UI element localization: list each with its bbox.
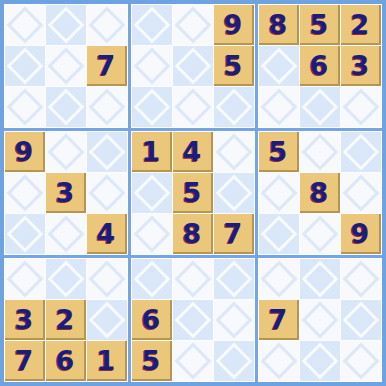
cell-r7c9[interactable] xyxy=(341,259,381,299)
cell-r8c5[interactable] xyxy=(173,300,213,340)
diamond-icon xyxy=(175,343,212,380)
cell-r2c6: 5 xyxy=(214,46,254,86)
cell-r2c4[interactable] xyxy=(132,46,172,86)
cell-r4c9[interactable] xyxy=(341,132,381,172)
cell-r6c4[interactable] xyxy=(132,214,172,254)
cell-r7c8[interactable] xyxy=(300,259,340,299)
cell-r5c3[interactable] xyxy=(87,173,127,213)
cell-r6c6: 7 xyxy=(214,214,254,254)
diamond-icon xyxy=(302,343,339,380)
cell-r1c1[interactable] xyxy=(5,5,45,45)
diamond-icon xyxy=(7,175,44,212)
diamond-icon xyxy=(48,48,85,85)
cell-r6c9: 9 xyxy=(341,214,381,254)
cell-r8c2: 2 xyxy=(46,300,86,340)
diamond-icon xyxy=(7,48,44,85)
cell-r1c3[interactable] xyxy=(87,5,127,45)
diamond-icon xyxy=(48,7,85,44)
cell-r3c6[interactable] xyxy=(214,87,254,127)
diamond-icon xyxy=(343,89,380,126)
cell-r4c7: 5 xyxy=(259,132,299,172)
cell-r7c6[interactable] xyxy=(214,259,254,299)
sudoku-board: 795852639341458758932761657 xyxy=(0,0,386,386)
diamond-icon xyxy=(302,89,339,126)
diamond-icon xyxy=(89,7,126,44)
cell-r2c8: 6 xyxy=(300,46,340,86)
sudoku-box-5: 14587 xyxy=(131,131,255,255)
cell-r8c7: 7 xyxy=(259,300,299,340)
sudoku-box-1: 7 xyxy=(4,4,128,128)
cell-r9c3: 1 xyxy=(87,341,127,381)
sudoku-box-9: 7 xyxy=(258,258,382,382)
diamond-icon xyxy=(134,7,171,44)
cell-r6c7[interactable] xyxy=(259,214,299,254)
diamond-icon xyxy=(343,134,380,171)
cell-r1c2[interactable] xyxy=(46,5,86,45)
cell-r9c1: 7 xyxy=(5,341,45,381)
cell-r5c9[interactable] xyxy=(341,173,381,213)
diamond-icon xyxy=(302,216,339,253)
diamond-icon xyxy=(302,302,339,339)
cell-r8c9[interactable] xyxy=(341,300,381,340)
diamond-icon xyxy=(7,261,44,298)
cell-r5c4[interactable] xyxy=(132,173,172,213)
diamond-icon xyxy=(89,89,126,126)
diamond-icon xyxy=(343,261,380,298)
cell-r6c5: 8 xyxy=(173,214,213,254)
diamond-icon xyxy=(89,175,126,212)
cell-r9c6[interactable] xyxy=(214,341,254,381)
diamond-icon xyxy=(216,175,253,212)
cell-r3c9[interactable] xyxy=(341,87,381,127)
diamond-icon xyxy=(343,175,380,212)
diamond-icon xyxy=(7,216,44,253)
diamond-icon xyxy=(261,261,298,298)
cell-r1c6: 9 xyxy=(214,5,254,45)
diamond-icon xyxy=(302,134,339,171)
cell-r7c4[interactable] xyxy=(132,259,172,299)
cell-r2c5[interactable] xyxy=(173,46,213,86)
diamond-icon xyxy=(216,261,253,298)
diamond-icon xyxy=(134,216,171,253)
cell-r7c1[interactable] xyxy=(5,259,45,299)
cell-r5c5: 5 xyxy=(173,173,213,213)
diamond-icon xyxy=(7,7,44,44)
cell-r7c7[interactable] xyxy=(259,259,299,299)
diamond-icon xyxy=(343,302,380,339)
diamond-icon xyxy=(48,261,85,298)
cell-r7c2[interactable] xyxy=(46,259,86,299)
cell-r2c2[interactable] xyxy=(46,46,86,86)
cell-r9c7[interactable] xyxy=(259,341,299,381)
cell-r2c7[interactable] xyxy=(259,46,299,86)
cell-r5c6[interactable] xyxy=(214,173,254,213)
diamond-icon xyxy=(302,261,339,298)
diamond-icon xyxy=(216,89,253,126)
diamond-icon xyxy=(134,175,171,212)
cell-r2c1[interactable] xyxy=(5,46,45,86)
cell-r7c3[interactable] xyxy=(87,259,127,299)
cell-r5c1[interactable] xyxy=(5,173,45,213)
cell-r1c9: 2 xyxy=(341,5,381,45)
cell-r4c6[interactable] xyxy=(214,132,254,172)
cell-r3c2[interactable] xyxy=(46,87,86,127)
diamond-icon xyxy=(261,48,298,85)
diamond-icon xyxy=(175,7,212,44)
cell-r6c1[interactable] xyxy=(5,214,45,254)
diamond-icon xyxy=(48,216,85,253)
cell-r7c5[interactable] xyxy=(173,259,213,299)
cell-r4c5: 4 xyxy=(173,132,213,172)
sudoku-box-3: 85263 xyxy=(258,4,382,128)
cell-r5c7[interactable] xyxy=(259,173,299,213)
cell-r9c8[interactable] xyxy=(300,341,340,381)
diamond-icon xyxy=(216,343,253,380)
diamond-icon xyxy=(216,134,253,171)
cell-r6c3: 4 xyxy=(87,214,127,254)
cell-r5c8: 8 xyxy=(300,173,340,213)
cell-r1c8: 5 xyxy=(300,5,340,45)
cell-r4c3[interactable] xyxy=(87,132,127,172)
diamond-icon xyxy=(48,89,85,126)
diamond-icon xyxy=(7,89,44,126)
diamond-icon xyxy=(261,89,298,126)
cell-r8c1: 3 xyxy=(5,300,45,340)
cell-r8c3[interactable] xyxy=(87,300,127,340)
diamond-icon xyxy=(343,343,380,380)
diamond-icon xyxy=(261,175,298,212)
diamond-icon xyxy=(134,89,171,126)
diamond-icon xyxy=(175,89,212,126)
diamond-icon xyxy=(134,261,171,298)
sudoku-box-8: 65 xyxy=(131,258,255,382)
cell-r1c4[interactable] xyxy=(132,5,172,45)
diamond-icon xyxy=(89,134,126,171)
cell-r4c1: 9 xyxy=(5,132,45,172)
cell-r4c8[interactable] xyxy=(300,132,340,172)
cell-r8c8[interactable] xyxy=(300,300,340,340)
cell-r9c5[interactable] xyxy=(173,341,213,381)
cell-r8c6[interactable] xyxy=(214,300,254,340)
cell-r6c8[interactable] xyxy=(300,214,340,254)
cell-r8c4: 6 xyxy=(132,300,172,340)
cell-r3c7[interactable] xyxy=(259,87,299,127)
cell-r1c5[interactable] xyxy=(173,5,213,45)
cell-r3c3[interactable] xyxy=(87,87,127,127)
cell-r9c9[interactable] xyxy=(341,341,381,381)
cell-r4c2[interactable] xyxy=(46,132,86,172)
diamond-icon xyxy=(261,216,298,253)
cell-r3c5[interactable] xyxy=(173,87,213,127)
diamond-icon xyxy=(175,302,212,339)
diamond-icon xyxy=(175,48,212,85)
diamond-icon xyxy=(216,302,253,339)
cell-r2c9: 3 xyxy=(341,46,381,86)
cell-r5c2: 3 xyxy=(46,173,86,213)
diamond-icon xyxy=(261,343,298,380)
sudoku-box-4: 934 xyxy=(4,131,128,255)
sudoku-box-7: 32761 xyxy=(4,258,128,382)
cell-r9c4: 5 xyxy=(132,341,172,381)
diamond-icon xyxy=(89,302,126,339)
cell-r3c1[interactable] xyxy=(5,87,45,127)
diamond-icon xyxy=(89,261,126,298)
diamond-icon xyxy=(134,48,171,85)
cell-r9c2: 6 xyxy=(46,341,86,381)
cell-r3c4[interactable] xyxy=(132,87,172,127)
diamond-icon xyxy=(48,134,85,171)
diamond-icon xyxy=(175,261,212,298)
cell-r2c3: 7 xyxy=(87,46,127,86)
cell-r6c2[interactable] xyxy=(46,214,86,254)
sudoku-box-2: 95 xyxy=(131,4,255,128)
sudoku-box-6: 589 xyxy=(258,131,382,255)
cell-r4c4: 1 xyxy=(132,132,172,172)
cell-r1c7: 8 xyxy=(259,5,299,45)
cell-r3c8[interactable] xyxy=(300,87,340,127)
